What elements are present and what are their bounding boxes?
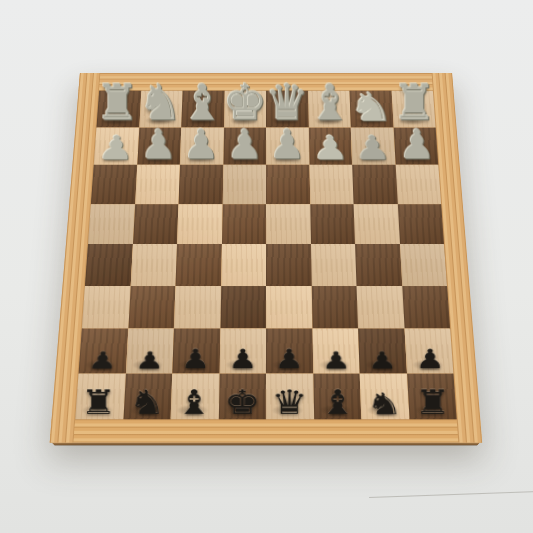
square-g2[interactable]: ♟: [137, 127, 181, 165]
square-g7[interactable]: ♟: [125, 329, 173, 374]
square-a8[interactable]: ♜: [407, 373, 457, 419]
piece-black-p-h7[interactable]: ♟: [87, 350, 118, 373]
square-f8[interactable]: ♝: [171, 373, 220, 419]
square-a4[interactable]: [397, 204, 444, 244]
square-e8[interactable]: ♚: [218, 373, 266, 419]
piece-black-p-f7[interactable]: ♟: [181, 347, 210, 372]
piece-silver-b-f1[interactable]: ♝: [180, 79, 224, 126]
piece-silver-q-d1[interactable]: ♛: [265, 79, 309, 126]
square-g3[interactable]: [135, 165, 180, 204]
square-c7[interactable]: ♟: [312, 329, 360, 374]
piece-silver-p-g2[interactable]: ♟: [140, 125, 176, 164]
square-b5[interactable]: [355, 244, 402, 286]
piece-black-q-d8[interactable]: ♛: [272, 386, 308, 418]
piece-black-b-f8[interactable]: ♝: [176, 386, 212, 418]
square-d5[interactable]: [266, 244, 311, 286]
square-e4[interactable]: [222, 204, 267, 244]
square-e7[interactable]: ♟: [219, 329, 266, 374]
square-a6[interactable]: [402, 286, 450, 329]
square-e6[interactable]: [220, 286, 266, 329]
square-a2[interactable]: ♟: [393, 127, 438, 165]
square-d3[interactable]: [266, 165, 310, 204]
square-c8[interactable]: ♝: [313, 373, 362, 419]
square-h6[interactable]: [82, 286, 130, 329]
square-c5[interactable]: [311, 244, 357, 286]
square-a7[interactable]: ♟: [404, 329, 453, 374]
piece-black-k-e8[interactable]: ♚: [224, 386, 260, 418]
square-b6[interactable]: [357, 286, 405, 329]
square-b2[interactable]: ♟: [351, 127, 395, 165]
piece-silver-n-g1[interactable]: ♞: [138, 79, 182, 126]
square-c2[interactable]: ♟: [308, 127, 352, 165]
piece-silver-p-c2[interactable]: ♟: [312, 133, 349, 164]
piece-silver-r-h1[interactable]: ♜: [96, 79, 140, 126]
piece-silver-b-c1[interactable]: ♝: [307, 79, 351, 126]
square-a5[interactable]: [400, 244, 448, 286]
piece-black-b-c8[interactable]: ♝: [319, 386, 355, 418]
square-a3[interactable]: [395, 165, 441, 204]
square-h1[interactable]: ♜: [97, 91, 141, 128]
piece-silver-p-e2[interactable]: ♟: [226, 125, 262, 164]
square-d2[interactable]: ♟: [266, 127, 309, 165]
board-frame-bottom: [50, 419, 482, 442]
square-g5[interactable]: [130, 244, 177, 286]
piece-black-p-b7[interactable]: ♟: [368, 350, 398, 373]
square-f7[interactable]: ♟: [172, 329, 220, 374]
square-f3[interactable]: [178, 165, 222, 204]
square-g4[interactable]: [133, 204, 179, 244]
piece-black-p-e7[interactable]: ♟: [228, 347, 257, 372]
square-e3[interactable]: [222, 165, 266, 204]
square-h8[interactable]: ♜: [75, 373, 125, 419]
square-b3[interactable]: [352, 165, 397, 204]
square-h5[interactable]: [85, 244, 133, 286]
square-g6[interactable]: [128, 286, 176, 329]
square-h4[interactable]: [88, 204, 135, 244]
chess-board: ♜♞♝♚♛♝♞♜♟♟♟♟♟♟♟♟♟♟♟♟♟♟♟♟♜♞♝♚♛♝♞♜: [50, 73, 482, 443]
piece-silver-k-e1[interactable]: ♚: [223, 79, 267, 126]
piece-silver-n-b1[interactable]: ♞: [348, 89, 394, 127]
square-h2[interactable]: ♟: [94, 127, 139, 165]
square-b8[interactable]: ♞: [360, 373, 409, 419]
square-b4[interactable]: [354, 204, 400, 244]
square-b7[interactable]: ♟: [358, 329, 406, 374]
board-side-edge: [52, 443, 480, 446]
piece-black-p-g7[interactable]: ♟: [134, 350, 164, 373]
piece-black-p-d7[interactable]: ♟: [275, 347, 304, 372]
piece-black-n-b8[interactable]: ♞: [366, 390, 404, 419]
square-c3[interactable]: [309, 165, 353, 204]
piece-black-r-a8[interactable]: ♜: [415, 386, 451, 418]
square-h3[interactable]: [91, 165, 137, 204]
piece-silver-p-f2[interactable]: ♟: [183, 125, 219, 164]
square-f6[interactable]: [174, 286, 221, 329]
piece-silver-p-b2[interactable]: ♟: [354, 133, 392, 164]
piece-black-p-a7[interactable]: ♟: [415, 347, 444, 372]
square-e2[interactable]: ♟: [223, 127, 266, 165]
square-g8[interactable]: ♞: [123, 373, 172, 419]
square-d6[interactable]: [266, 286, 312, 329]
photo-background: ♜♞♝♚♛♝♞♜♟♟♟♟♟♟♟♟♟♟♟♟♟♟♟♟♜♞♝♚♛♝♞♜: [0, 0, 533, 533]
piece-silver-p-a2[interactable]: ♟: [398, 125, 434, 164]
square-d4[interactable]: [266, 204, 311, 244]
square-f4[interactable]: [177, 204, 222, 244]
square-d7[interactable]: ♟: [266, 329, 313, 374]
piece-black-r-h8[interactable]: ♜: [81, 386, 117, 418]
square-d8[interactable]: ♛: [266, 373, 314, 419]
piece-black-n-g8[interactable]: ♞: [129, 386, 165, 418]
square-b1[interactable]: ♞: [349, 91, 393, 128]
piece-black-p-c7[interactable]: ♟: [321, 350, 351, 373]
board-grid: ♜♞♝♚♛♝♞♜♟♟♟♟♟♟♟♟♟♟♟♟♟♟♟♟♜♞♝♚♛♝♞♜: [75, 91, 456, 420]
piece-silver-p-h2[interactable]: ♟: [97, 133, 135, 164]
square-e5[interactable]: [221, 244, 266, 286]
square-c1[interactable]: ♝: [308, 91, 351, 128]
square-c4[interactable]: [310, 204, 355, 244]
background-seam: [369, 491, 533, 498]
square-f5[interactable]: [175, 244, 221, 286]
square-h7[interactable]: ♟: [79, 329, 128, 374]
piece-silver-p-d2[interactable]: ♟: [269, 125, 305, 164]
piece-silver-r-a1[interactable]: ♜: [392, 79, 436, 126]
square-c6[interactable]: [311, 286, 358, 329]
square-f2[interactable]: ♟: [180, 127, 224, 165]
